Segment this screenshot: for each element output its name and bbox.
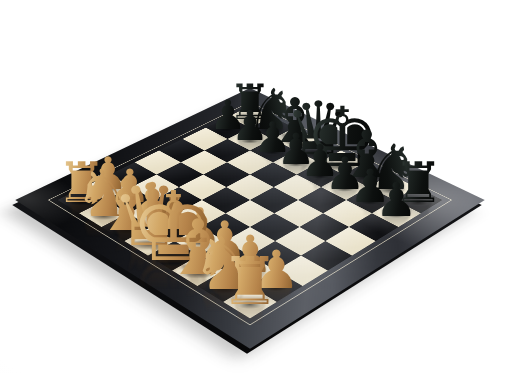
chess-board [15, 88, 485, 349]
photo-backdrop: ♜♜♞♞♝♝♛♛♚♚♝♝♞♞♜♜♟♟♟♟♟♟♟♟♟♟♟♟♟♟♟♟♟♟♟♟♟♟♟♟… [0, 0, 510, 373]
board-grid [58, 106, 443, 318]
